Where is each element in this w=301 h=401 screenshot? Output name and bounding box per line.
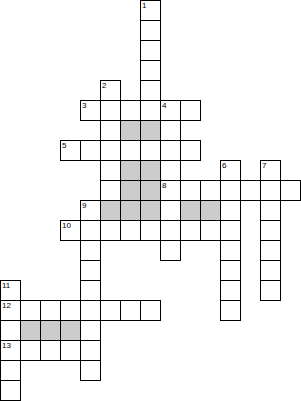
- cell[interactable]: 10: [60, 220, 81, 241]
- cell[interactable]: [60, 340, 81, 361]
- clue-number: 11: [2, 281, 10, 291]
- clue-number: 7: [262, 161, 266, 171]
- cell[interactable]: 2: [100, 80, 121, 101]
- cell[interactable]: 11: [0, 280, 21, 301]
- clue-number: 9: [82, 201, 86, 211]
- shaded-cell[interactable]: [180, 200, 201, 221]
- shaded-cell[interactable]: [40, 320, 61, 341]
- shaded-cell[interactable]: [140, 200, 161, 221]
- cell[interactable]: [260, 240, 281, 261]
- cell[interactable]: [160, 140, 181, 161]
- cell[interactable]: [100, 300, 121, 321]
- cell[interactable]: [80, 260, 101, 281]
- cell[interactable]: [120, 300, 141, 321]
- cell[interactable]: 5: [60, 140, 81, 161]
- shaded-cell[interactable]: [120, 180, 141, 201]
- cell[interactable]: [140, 60, 161, 81]
- cell[interactable]: [140, 220, 161, 241]
- cell[interactable]: [140, 80, 161, 101]
- shaded-cell[interactable]: [100, 200, 121, 221]
- cell[interactable]: [180, 180, 201, 201]
- cell[interactable]: [180, 100, 201, 121]
- cell[interactable]: [200, 220, 221, 241]
- shaded-cell[interactable]: [60, 320, 81, 341]
- clue-number: 5: [62, 141, 66, 151]
- cell[interactable]: 9: [80, 200, 101, 221]
- cell[interactable]: [220, 220, 241, 241]
- cell[interactable]: [240, 180, 261, 201]
- cell[interactable]: [60, 300, 81, 321]
- crossword-board: 12345678910111213: [0, 0, 301, 401]
- clue-number: 4: [162, 101, 166, 111]
- cell[interactable]: [180, 220, 201, 241]
- cell[interactable]: 3: [80, 100, 101, 121]
- cell[interactable]: [260, 280, 281, 301]
- cell[interactable]: [40, 340, 61, 361]
- cell[interactable]: [80, 240, 101, 261]
- cell[interactable]: [0, 360, 21, 381]
- cell[interactable]: [80, 360, 101, 381]
- shaded-cell[interactable]: [20, 320, 41, 341]
- cell[interactable]: [220, 180, 241, 201]
- cell[interactable]: 1: [140, 0, 161, 21]
- cell[interactable]: [260, 200, 281, 221]
- cell[interactable]: [100, 180, 121, 201]
- cell[interactable]: [80, 320, 101, 341]
- cell[interactable]: [160, 120, 181, 141]
- cell[interactable]: [20, 340, 41, 361]
- cell[interactable]: [220, 200, 241, 221]
- cell[interactable]: [100, 140, 121, 161]
- cell[interactable]: [260, 180, 281, 201]
- cell[interactable]: [220, 260, 241, 281]
- cell[interactable]: [160, 220, 181, 241]
- cell[interactable]: [140, 100, 161, 121]
- cell[interactable]: [160, 240, 181, 261]
- cell[interactable]: [260, 260, 281, 281]
- shaded-cell[interactable]: [140, 120, 161, 141]
- cell[interactable]: [180, 140, 201, 161]
- clue-number: 1: [142, 1, 146, 11]
- cell[interactable]: [0, 320, 21, 341]
- cell[interactable]: [120, 100, 141, 121]
- cell[interactable]: 13: [0, 340, 21, 361]
- clue-number: 12: [2, 301, 11, 311]
- clue-number: 2: [102, 81, 106, 91]
- cell[interactable]: [260, 220, 281, 241]
- cell[interactable]: [0, 380, 21, 401]
- cell[interactable]: [140, 20, 161, 41]
- clue-number: 6: [222, 161, 226, 171]
- cell[interactable]: [100, 100, 121, 121]
- cell[interactable]: [20, 300, 41, 321]
- cell[interactable]: [160, 160, 181, 181]
- cell[interactable]: [120, 140, 141, 161]
- shaded-cell[interactable]: [140, 180, 161, 201]
- shaded-cell[interactable]: [120, 200, 141, 221]
- cell[interactable]: [220, 300, 241, 321]
- cell[interactable]: [140, 40, 161, 61]
- cell[interactable]: [120, 220, 141, 241]
- cell[interactable]: [100, 160, 121, 181]
- cell[interactable]: 7: [260, 160, 281, 181]
- cell[interactable]: 8: [160, 180, 181, 201]
- shaded-cell[interactable]: [120, 120, 141, 141]
- cell[interactable]: 6: [220, 160, 241, 181]
- cell[interactable]: [80, 220, 101, 241]
- cell[interactable]: [140, 300, 161, 321]
- clue-number: 8: [162, 181, 166, 191]
- cell[interactable]: [40, 300, 61, 321]
- cell[interactable]: [80, 300, 101, 321]
- cell[interactable]: [220, 240, 241, 261]
- cell[interactable]: [100, 220, 121, 241]
- cell[interactable]: [100, 120, 121, 141]
- clue-number: 13: [2, 341, 11, 351]
- cell[interactable]: [200, 180, 221, 201]
- clue-number: 3: [82, 101, 86, 111]
- cell[interactable]: [80, 340, 101, 361]
- cell[interactable]: [80, 280, 101, 301]
- clue-number: 10: [62, 221, 71, 231]
- cell[interactable]: 4: [160, 100, 181, 121]
- cell[interactable]: [160, 200, 181, 221]
- cell[interactable]: [220, 280, 241, 301]
- cell[interactable]: [80, 140, 101, 161]
- cell[interactable]: [140, 140, 161, 161]
- cell[interactable]: 12: [0, 300, 21, 321]
- shaded-cell[interactable]: [140, 160, 161, 181]
- cell[interactable]: [280, 180, 301, 201]
- shaded-cell[interactable]: [120, 160, 141, 181]
- shaded-cell[interactable]: [200, 200, 221, 221]
